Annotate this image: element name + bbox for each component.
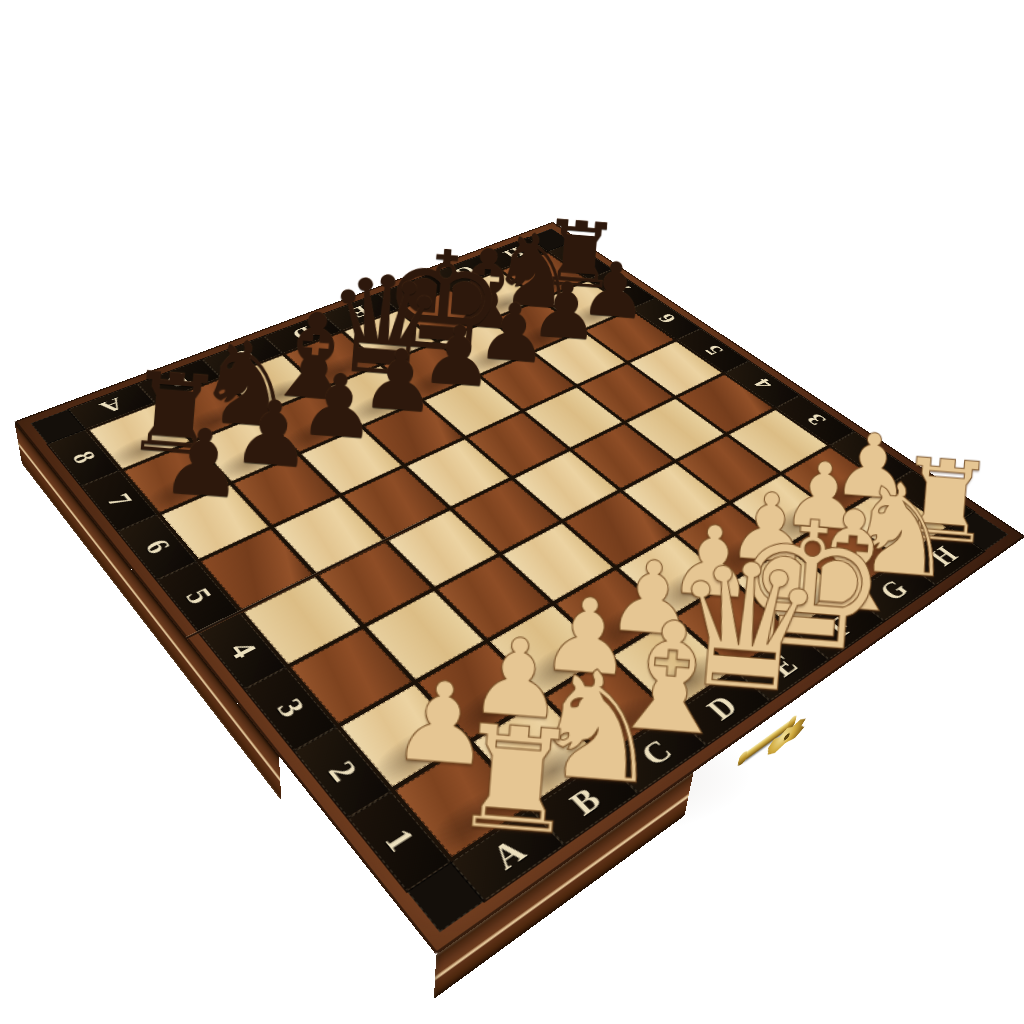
rank-label-text: 6 <box>138 535 176 558</box>
square-f5 <box>525 388 621 448</box>
rank-label-cell-5-right: 5 <box>677 329 749 373</box>
square-e5 <box>468 413 567 476</box>
rank-label-text: 3 <box>269 693 310 722</box>
rank-label-text: 7 <box>609 282 635 295</box>
square-f6 <box>481 354 574 410</box>
piece-shadow <box>507 314 589 356</box>
black-pawn-d7: ♟ <box>360 344 434 416</box>
file-label-cell-g-far: G <box>430 255 500 289</box>
piece-shadow <box>356 325 442 369</box>
scene-anchor: ABCDEFGH ABCDEFGH 87654321 87654321 ♜♞♝♛… <box>125 91 899 865</box>
file-label-text: G <box>450 263 480 280</box>
black-pawn-c7: ♟ <box>297 369 374 443</box>
piece-shadow <box>234 371 327 420</box>
rank-label-text: 7 <box>101 490 137 511</box>
piece-shadow <box>413 304 496 346</box>
folding-chess-box: ABCDEFGH ABCDEFGH 87654321 87654321 ♜♞♝♛… <box>14 222 1024 955</box>
square-f7: ♟ <box>439 321 529 374</box>
square-g4 <box>627 399 724 460</box>
square-d8: ♛ <box>286 333 378 388</box>
piece-shadow <box>297 347 386 393</box>
black-bishop-f8: ♝ <box>434 243 504 334</box>
square-b8: ♞ <box>159 379 256 440</box>
rank-label-text: 4 <box>748 376 776 392</box>
black-rook-h8: ♜ <box>537 216 603 292</box>
far-file-label-band: ABCDEFGH <box>68 237 548 429</box>
rank-label-text: 8 <box>567 254 593 266</box>
black-king-e8: ♚ <box>379 243 453 357</box>
rank-label-text: 2 <box>321 755 364 787</box>
square-g6 <box>534 331 625 384</box>
black-pawn-f7: ♟ <box>475 299 545 367</box>
square-d7: ♟ <box>324 366 419 424</box>
square-h7: ♟ <box>543 281 629 329</box>
square-h3 <box>729 410 827 472</box>
square-h8: ♜ <box>503 253 586 298</box>
square-g7: ♟ <box>492 301 580 351</box>
rank-label-text: 4 <box>222 637 262 664</box>
rank-label-text: 8 <box>66 448 101 467</box>
band-corner-h8 <box>528 229 572 252</box>
board-top-face: ABCDEFGH ABCDEFGH 87654321 87654321 ♜♞♝♛… <box>14 222 1024 955</box>
file-label-text: C <box>227 346 258 366</box>
rank-label-text: 2 <box>856 449 885 467</box>
file-label-cell-e-far: E <box>322 294 397 331</box>
piece-shadow <box>558 294 637 334</box>
black-queen-d8: ♛ <box>320 268 395 381</box>
square-h5 <box>630 342 721 396</box>
chess-board-grid: ♜♞♝♛♚♝♞♜♟♟♟♟♟♟♟♟♟♟♟♟♟♟♟♟♜♞♝♛♚♝♞♜ <box>85 251 950 862</box>
square-c8: ♝ <box>224 355 319 412</box>
black-knight-g8: ♞ <box>487 228 555 313</box>
piece-shadow <box>97 422 198 477</box>
file-label-text: D <box>288 324 319 343</box>
square-g5 <box>579 364 673 421</box>
rank-label-text: 6 <box>652 312 679 326</box>
rank-label-text: 3 <box>801 411 830 428</box>
right-rank-label-band: 87654321 <box>548 242 974 528</box>
piece-shadow <box>466 284 546 324</box>
black-pawn-e7: ♟ <box>419 321 491 391</box>
rank-label-cell-4-right: 4 <box>725 361 800 408</box>
black-pawn-h7: ♟ <box>579 258 646 323</box>
file-label-text: F <box>821 612 860 641</box>
square-e7: ♟ <box>383 343 476 398</box>
square-c7: ♟ <box>261 390 359 451</box>
piece-shadow <box>272 407 367 459</box>
rank-label-cell-3-right: 3 <box>776 395 855 445</box>
square-e6 <box>424 377 520 436</box>
rank-label-cell-7-right: 7 <box>589 269 656 308</box>
black-bishop-c8: ♝ <box>258 306 334 405</box>
file-label-text: H <box>500 245 530 261</box>
piece-shadow <box>396 358 484 405</box>
square-g3 <box>678 436 778 501</box>
file-label-cell-h-far: H <box>480 237 548 269</box>
rank-label-text: 5 <box>178 584 217 609</box>
square-f8: ♝ <box>400 291 488 340</box>
piece-shadow <box>336 382 427 431</box>
square-h4 <box>678 375 772 433</box>
piece-shadow <box>516 265 593 303</box>
rank-label-cell-6-right: 6 <box>631 298 701 340</box>
square-e8: ♚ <box>344 311 434 363</box>
file-label-cell-c-far: C <box>202 336 282 377</box>
square-e4 <box>515 451 617 519</box>
square-g8: ♞ <box>453 271 538 318</box>
piece-shadow <box>453 336 538 380</box>
file-label-text: B <box>164 370 195 390</box>
file-label-cell-d-far: D <box>264 314 342 353</box>
piece-shadow <box>168 396 265 447</box>
file-label-text: E <box>346 303 375 321</box>
file-label-cell-b-far: B <box>137 359 220 403</box>
black-knight-b8: ♞ <box>192 334 270 432</box>
square-h6 <box>585 310 674 361</box>
rank-label-cell-8-right: 8 <box>548 242 613 279</box>
file-label-cell-f-far: F <box>378 274 450 309</box>
rank-label-text: 1 <box>377 822 421 857</box>
file-label-text: F <box>400 283 427 299</box>
square-d6 <box>364 402 462 464</box>
rank-label-text: 1 <box>916 489 946 509</box>
rank-label-text: 5 <box>699 343 727 358</box>
black-pawn-g7: ♟ <box>528 278 596 344</box>
square-f4 <box>572 424 672 488</box>
